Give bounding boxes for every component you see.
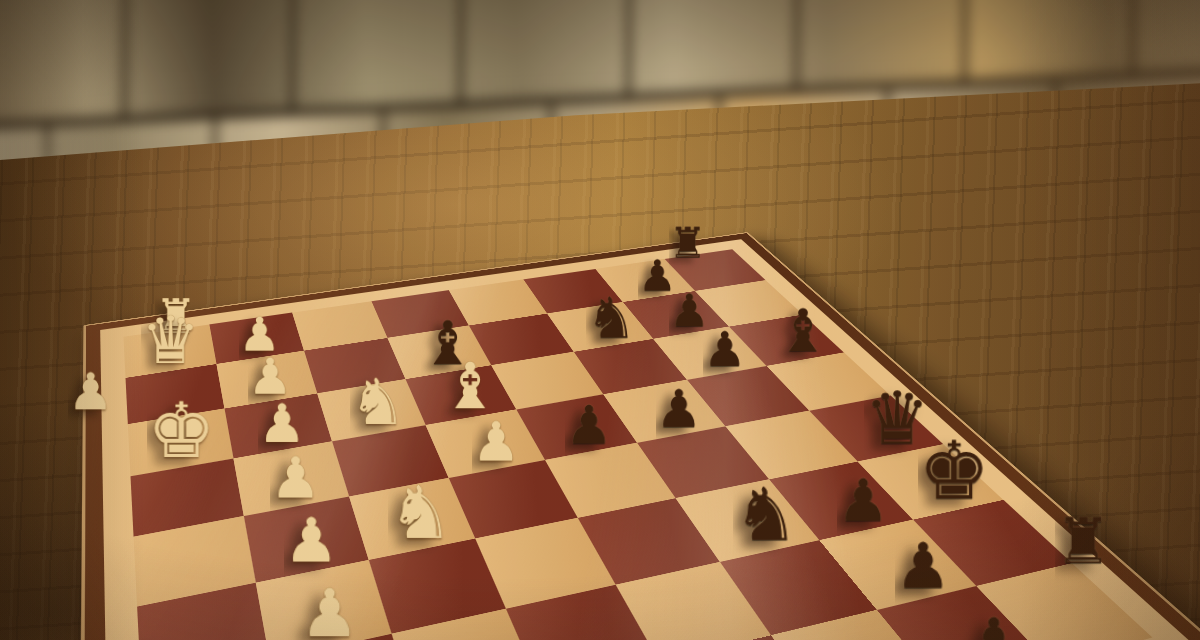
square-d3: ♞	[349, 478, 476, 560]
black-pawn-c7: ♟	[837, 472, 889, 530]
white-pawn-e4: ♟	[471, 415, 520, 469]
white-bishop-f4: ♝	[441, 355, 498, 419]
square-c6: ♞	[675, 479, 818, 561]
black-knight-c6: ♞	[733, 479, 798, 552]
black-pawn-e5: ♟	[565, 399, 613, 452]
black-pawn-a7: ♟	[963, 610, 1024, 640]
black-knight-g6: ♞	[586, 290, 637, 346]
black-pawn-f7: ♟	[703, 326, 746, 374]
white-king-f1: ♚	[148, 393, 216, 469]
white-pawn-e2: ♟	[270, 450, 321, 507]
chess-photo-scene: ♛♟♟♟♝♞♟♚♟♞♝♟♝♟♟♟♟♟♞♛♟♞♟♚♟♟ ♜♟♜♜♜	[0, 0, 1200, 640]
white-pawn-c2: ♟	[300, 581, 359, 640]
white-pawn-f2: ♟	[258, 398, 306, 451]
white-pawn-d2: ♟	[284, 510, 339, 571]
square-d1	[134, 516, 256, 606]
black-pawn-b7: ♟	[895, 535, 951, 598]
white-knight-d3: ♞	[388, 477, 453, 550]
black-king-c8: ♚	[918, 431, 990, 511]
white-queen-h1: ♛	[142, 307, 201, 372]
white-knight-f3: ♞	[349, 371, 406, 435]
black-pawn-e6: ♟	[656, 383, 703, 435]
black-bishop-f8: ♝	[776, 302, 829, 361]
